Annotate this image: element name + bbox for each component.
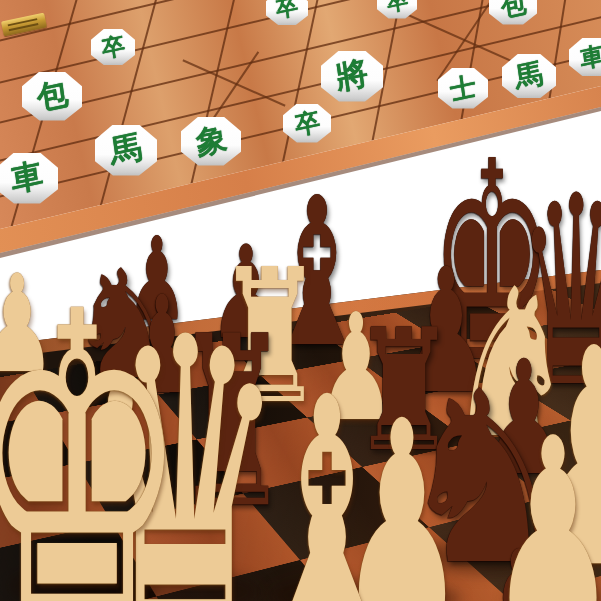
chess-piece-king-light: ♚	[0, 259, 189, 601]
xiangqi-piece-soldier: 卒	[91, 29, 135, 65]
xiangqi-piece-character: 車	[8, 153, 45, 203]
xiangqi-piece-character: 卒	[274, 0, 300, 25]
xiangqi-piece-general: 將	[321, 51, 383, 102]
xiangqi-piece-character: 象	[193, 117, 229, 165]
xiangqi-piece-cannon: 包	[22, 72, 82, 121]
xiangqi-piece-character: 卒	[385, 0, 409, 18]
xiangqi-piece-character: 馬	[107, 125, 144, 175]
xiangqi-piece-character: 卒	[292, 104, 321, 142]
xiangqi-piece-elephant: 象	[181, 117, 241, 166]
xiangqi-piece-horse: 馬	[502, 54, 556, 98]
xiangqi-piece-character: 車	[578, 39, 601, 76]
xiangqi-piece-character: 包	[34, 72, 70, 120]
chess-piece-bishop-light: ♝	[253, 359, 401, 601]
product-photo-chess-xiangqi-set: 卒卒包馬象車將士馬卒包車卒 ♟ ♚ ♞ ♟ ♟ ♟ ♜ ♝ ♟ ♚ ♛ ♟ ♞ …	[0, 0, 601, 601]
chess-piece-pawn-light: ♟	[488, 406, 601, 601]
xiangqi-piece-character: 將	[333, 51, 370, 101]
xiangqi-piece-soldier: 卒	[283, 104, 331, 143]
xiangqi-piece-character: 馬	[513, 54, 546, 98]
xiangqi-piece-character: 包	[498, 0, 527, 24]
xiangqi-piece-horse: 馬	[95, 125, 157, 176]
xiangqi-piece-character: 卒	[100, 29, 127, 65]
